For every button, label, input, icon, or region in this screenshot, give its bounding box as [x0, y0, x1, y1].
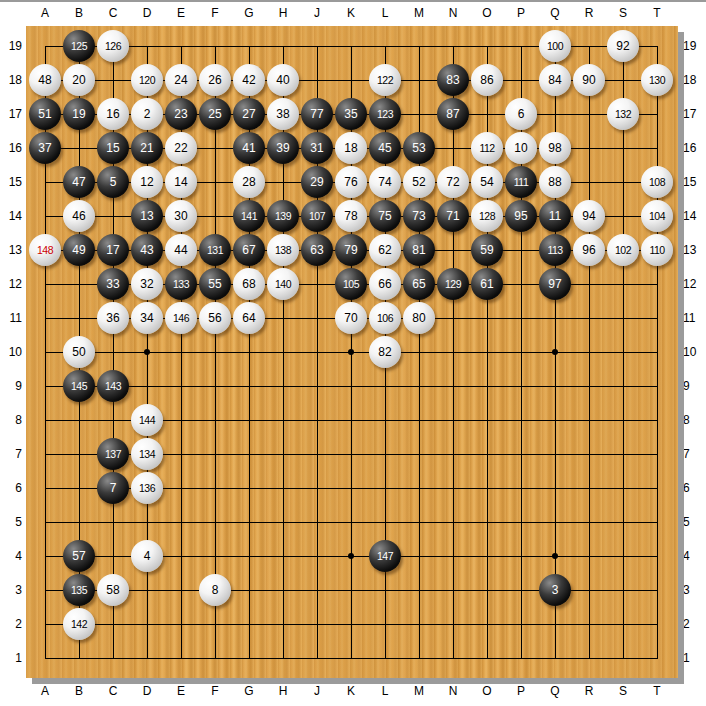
- stone-L10[interactable]: 82: [369, 336, 401, 368]
- move-number: 148: [37, 245, 53, 256]
- stone-S17[interactable]: 132: [607, 98, 639, 130]
- move-number: 76: [344, 176, 357, 188]
- move-number: 129: [445, 279, 461, 290]
- coord-label: T: [640, 6, 674, 22]
- stone-D16[interactable]: 21: [131, 132, 163, 164]
- stone-E13[interactable]: 44: [165, 234, 197, 266]
- move-number: 146: [173, 313, 189, 324]
- move-number: 46: [72, 210, 85, 222]
- coord-label: 3: [683, 573, 705, 607]
- move-number: 84: [548, 74, 561, 86]
- stone-C6[interactable]: 7: [97, 472, 129, 504]
- stone-C19[interactable]: 126: [97, 30, 129, 62]
- move-number: 147: [377, 551, 393, 562]
- coord-label: 18: [0, 63, 22, 97]
- stone-M11[interactable]: 80: [403, 302, 435, 334]
- stone-C7[interactable]: 137: [97, 438, 129, 470]
- stone-T13[interactable]: 110: [641, 234, 673, 266]
- move-number: 94: [582, 210, 595, 222]
- stone-D13[interactable]: 43: [131, 234, 163, 266]
- stone-O18[interactable]: 86: [471, 64, 503, 96]
- stone-K14[interactable]: 78: [335, 200, 367, 232]
- stone-O13[interactable]: 59: [471, 234, 503, 266]
- move-number: 21: [140, 142, 153, 154]
- stone-Q19[interactable]: 100: [539, 30, 571, 62]
- coord-label: 12: [683, 267, 705, 301]
- coord-label: H: [266, 684, 300, 700]
- stone-K11[interactable]: 70: [335, 302, 367, 334]
- coord-label: F: [198, 6, 232, 22]
- coord-label: N: [436, 6, 470, 22]
- stone-G12[interactable]: 68: [233, 268, 265, 300]
- stone-M16[interactable]: 53: [403, 132, 435, 164]
- move-number: 5: [110, 176, 117, 188]
- move-number: 98: [548, 142, 561, 154]
- move-number: 66: [378, 278, 391, 290]
- move-number: 81: [412, 244, 425, 256]
- stone-L13[interactable]: 62: [369, 234, 401, 266]
- stone-B15[interactable]: 47: [63, 166, 95, 198]
- stone-C3[interactable]: 58: [97, 574, 129, 606]
- coord-label: 6: [683, 471, 705, 505]
- move-number: 43: [140, 244, 153, 256]
- stone-D14[interactable]: 13: [131, 200, 163, 232]
- move-number: 29: [310, 176, 323, 188]
- stone-F17[interactable]: 25: [199, 98, 231, 130]
- stone-E14[interactable]: 30: [165, 200, 197, 232]
- stone-G14[interactable]: 141: [233, 200, 265, 232]
- move-number: 23: [174, 108, 187, 120]
- move-number: 133: [173, 279, 189, 290]
- stone-Q12[interactable]: 97: [539, 268, 571, 300]
- stone-L15[interactable]: 74: [369, 166, 401, 198]
- move-number: 48: [38, 74, 51, 86]
- coord-label: O: [470, 684, 504, 700]
- move-number: 96: [582, 244, 595, 256]
- coord-labels-left: 19181716151413121110987654321: [0, 29, 22, 675]
- stone-K15[interactable]: 76: [335, 166, 367, 198]
- stone-H13[interactable]: 138: [267, 234, 299, 266]
- stone-G18[interactable]: 42: [233, 64, 265, 96]
- stone-H16[interactable]: 39: [267, 132, 299, 164]
- stone-N14[interactable]: 71: [437, 200, 469, 232]
- coord-label: B: [62, 6, 96, 22]
- stone-L12[interactable]: 66: [369, 268, 401, 300]
- move-number: 86: [480, 74, 493, 86]
- move-number: 28: [242, 176, 255, 188]
- coord-label: 15: [683, 165, 705, 199]
- coord-labels-top: ABCDEFGHJKLMNOPQRST: [28, 6, 674, 22]
- stone-Q15[interactable]: 88: [539, 166, 571, 198]
- move-number: 8: [212, 584, 219, 596]
- stone-J17[interactable]: 77: [301, 98, 333, 130]
- stone-N12[interactable]: 129: [437, 268, 469, 300]
- coord-label: D: [130, 684, 164, 700]
- move-number: 125: [71, 41, 87, 52]
- board-shadow-bottom: [32, 678, 684, 684]
- stone-D15[interactable]: 12: [131, 166, 163, 198]
- coord-label: R: [572, 6, 606, 22]
- move-number: 72: [446, 176, 459, 188]
- stone-S13[interactable]: 102: [607, 234, 639, 266]
- coord-label: 16: [683, 131, 705, 165]
- stone-Q3[interactable]: 3: [539, 574, 571, 606]
- move-number: 102: [615, 245, 631, 256]
- move-number: 6: [518, 108, 525, 120]
- stone-R18[interactable]: 90: [573, 64, 605, 96]
- stone-B9[interactable]: 145: [63, 370, 95, 402]
- move-number: 126: [105, 41, 121, 52]
- move-number: 24: [174, 74, 187, 86]
- move-number: 14: [174, 176, 187, 188]
- stone-K17[interactable]: 35: [335, 98, 367, 130]
- stone-E18[interactable]: 24: [165, 64, 197, 96]
- stone-P17[interactable]: 6: [505, 98, 537, 130]
- stone-L14[interactable]: 75: [369, 200, 401, 232]
- coord-label: N: [436, 684, 470, 700]
- stone-F11[interactable]: 56: [199, 302, 231, 334]
- stone-E12[interactable]: 133: [165, 268, 197, 300]
- move-number: 79: [344, 244, 357, 256]
- move-number: 26: [208, 74, 221, 86]
- move-number: 20: [72, 74, 85, 86]
- move-number: 105: [343, 279, 359, 290]
- move-number: 22: [174, 142, 187, 154]
- coord-label: 13: [0, 233, 22, 267]
- coord-label: 2: [0, 607, 22, 641]
- coord-label: 15: [0, 165, 22, 199]
- stone-C13[interactable]: 17: [97, 234, 129, 266]
- move-number: 47: [72, 176, 85, 188]
- stone-B10[interactable]: 50: [63, 336, 95, 368]
- stone-Q16[interactable]: 98: [539, 132, 571, 164]
- stone-P16[interactable]: 10: [505, 132, 537, 164]
- stone-C15[interactable]: 5: [97, 166, 129, 198]
- move-number: 65: [412, 278, 425, 290]
- move-number: 82: [378, 346, 391, 358]
- stone-H12[interactable]: 140: [267, 268, 299, 300]
- coord-label: K: [334, 6, 368, 22]
- stone-D4[interactable]: 4: [131, 540, 163, 572]
- stone-P15[interactable]: 111: [505, 166, 537, 198]
- stone-F18[interactable]: 26: [199, 64, 231, 96]
- move-number: 107: [309, 211, 325, 222]
- move-number: 92: [616, 40, 629, 52]
- coord-label: G: [232, 684, 266, 700]
- coord-labels-right: 19181716151413121110987654321: [683, 29, 705, 675]
- coord-label: E: [164, 684, 198, 700]
- stone-M12[interactable]: 65: [403, 268, 435, 300]
- stone-B2[interactable]: 142: [63, 608, 95, 640]
- coord-label: C: [96, 6, 130, 22]
- coord-label: 8: [683, 403, 705, 437]
- stone-O14[interactable]: 128: [471, 200, 503, 232]
- move-number: 130: [649, 75, 665, 86]
- stone-G16[interactable]: 41: [233, 132, 265, 164]
- move-number: 17: [106, 244, 119, 256]
- coord-label: 12: [0, 267, 22, 301]
- stone-D12[interactable]: 32: [131, 268, 163, 300]
- stone-H18[interactable]: 40: [267, 64, 299, 96]
- stone-N15[interactable]: 72: [437, 166, 469, 198]
- coord-label: 18: [683, 63, 705, 97]
- go-board[interactable]: 1251261009248201202426424012283868490130…: [26, 26, 678, 678]
- move-number: 11: [549, 210, 561, 222]
- stone-D18[interactable]: 120: [131, 64, 163, 96]
- stone-C12[interactable]: 33: [97, 268, 129, 300]
- move-number: 37: [38, 142, 51, 154]
- move-number: 51: [38, 108, 51, 120]
- move-number: 78: [344, 210, 357, 222]
- stone-J15[interactable]: 29: [301, 166, 333, 198]
- coord-label: 14: [0, 199, 22, 233]
- coord-labels-bottom: ABCDEFGHJKLMNOPQRST: [28, 684, 674, 700]
- move-number: 143: [105, 381, 121, 392]
- stone-J16[interactable]: 31: [301, 132, 333, 164]
- coord-label: 14: [683, 199, 705, 233]
- coord-label: Q: [538, 6, 572, 22]
- stone-O12[interactable]: 61: [471, 268, 503, 300]
- move-number: 106: [377, 313, 393, 324]
- move-number: 32: [140, 278, 153, 290]
- stones-layer: 1251261009248201202426424012283868490130…: [28, 29, 674, 675]
- move-number: 80: [412, 312, 425, 324]
- coord-label: S: [606, 6, 640, 22]
- move-number: 88: [548, 176, 561, 188]
- coord-label: P: [504, 6, 538, 22]
- stone-E17[interactable]: 23: [165, 98, 197, 130]
- coord-label: 2: [683, 607, 705, 641]
- stone-Q14[interactable]: 11: [539, 200, 571, 232]
- stone-H14[interactable]: 139: [267, 200, 299, 232]
- move-number: 64: [242, 312, 255, 324]
- coord-label: 3: [0, 573, 22, 607]
- move-number: 53: [412, 142, 425, 154]
- stone-T15[interactable]: 108: [641, 166, 673, 198]
- coord-label: 17: [0, 97, 22, 131]
- coord-label: J: [300, 684, 334, 700]
- stone-F12[interactable]: 55: [199, 268, 231, 300]
- coord-label: 16: [0, 131, 22, 165]
- move-number: 35: [344, 108, 357, 120]
- coord-label: 5: [683, 505, 705, 539]
- stone-K13[interactable]: 79: [335, 234, 367, 266]
- stone-G13[interactable]: 67: [233, 234, 265, 266]
- coord-label: 6: [0, 471, 22, 505]
- stone-G15[interactable]: 28: [233, 166, 265, 198]
- coord-label: D: [130, 6, 164, 22]
- stone-H17[interactable]: 38: [267, 98, 299, 130]
- window-top-edge: [0, 0, 706, 2]
- stone-E16[interactable]: 22: [165, 132, 197, 164]
- move-number: 59: [480, 244, 493, 256]
- stone-L18[interactable]: 122: [369, 64, 401, 96]
- coord-label: T: [640, 684, 674, 700]
- stone-R14[interactable]: 94: [573, 200, 605, 232]
- stone-F3[interactable]: 8: [199, 574, 231, 606]
- coord-label: 19: [0, 29, 22, 63]
- stone-D8[interactable]: 144: [131, 404, 163, 436]
- move-number: 111: [514, 177, 528, 188]
- move-number: 27: [242, 108, 255, 120]
- stone-L11[interactable]: 106: [369, 302, 401, 334]
- move-number: 120: [139, 75, 155, 86]
- stone-R13[interactable]: 96: [573, 234, 605, 266]
- stone-N17[interactable]: 87: [437, 98, 469, 130]
- coord-label: H: [266, 6, 300, 22]
- move-number: 30: [174, 210, 187, 222]
- coord-label: 1: [0, 641, 22, 675]
- stone-E15[interactable]: 14: [165, 166, 197, 198]
- stone-A16[interactable]: 37: [29, 132, 61, 164]
- coord-label: E: [164, 6, 198, 22]
- stone-G11[interactable]: 64: [233, 302, 265, 334]
- stone-D17[interactable]: 2: [131, 98, 163, 130]
- move-number: 10: [514, 142, 527, 154]
- move-number: 128: [479, 211, 495, 222]
- move-number: 87: [446, 108, 459, 120]
- stone-N18[interactable]: 83: [437, 64, 469, 96]
- move-number: 15: [106, 142, 119, 154]
- stone-K16[interactable]: 18: [335, 132, 367, 164]
- move-number: 62: [378, 244, 391, 256]
- stone-B18[interactable]: 20: [63, 64, 95, 96]
- move-number: 45: [378, 142, 391, 154]
- coord-label: F: [198, 684, 232, 700]
- move-number: 73: [412, 210, 425, 222]
- stone-D6[interactable]: 136: [131, 472, 163, 504]
- stone-L17[interactable]: 123: [369, 98, 401, 130]
- coord-label: O: [470, 6, 504, 22]
- move-number: 3: [552, 584, 559, 596]
- move-number: 2: [144, 108, 151, 120]
- stone-M15[interactable]: 52: [403, 166, 435, 198]
- move-number: 108: [649, 177, 665, 188]
- move-number: 7: [110, 482, 117, 494]
- stone-C16[interactable]: 15: [97, 132, 129, 164]
- move-number: 19: [72, 108, 85, 120]
- stone-O15[interactable]: 54: [471, 166, 503, 198]
- move-number: 145: [71, 381, 87, 392]
- move-number: 75: [378, 210, 391, 222]
- move-number: 90: [582, 74, 595, 86]
- stone-J14[interactable]: 107: [301, 200, 333, 232]
- stone-Q13[interactable]: 113: [539, 234, 571, 266]
- stone-B3[interactable]: 135: [63, 574, 95, 606]
- stone-L4[interactable]: 147: [369, 540, 401, 572]
- coord-label: P: [504, 684, 538, 700]
- stone-D11[interactable]: 34: [131, 302, 163, 334]
- stone-S19[interactable]: 92: [607, 30, 639, 62]
- coord-label: B: [62, 684, 96, 700]
- coord-label: 11: [0, 301, 22, 335]
- move-number: 100: [547, 41, 563, 52]
- coord-label: M: [402, 6, 436, 22]
- stone-B19[interactable]: 125: [63, 30, 95, 62]
- move-number: 4: [144, 550, 151, 562]
- stone-O16[interactable]: 112: [471, 132, 503, 164]
- move-number: 67: [242, 244, 255, 256]
- move-number: 77: [310, 108, 323, 120]
- stone-J13[interactable]: 63: [301, 234, 333, 266]
- stone-B13[interactable]: 49: [63, 234, 95, 266]
- coord-label: 9: [683, 369, 705, 403]
- stone-C11[interactable]: 36: [97, 302, 129, 334]
- move-number: 131: [207, 245, 223, 256]
- move-number: 25: [208, 108, 221, 120]
- move-number: 123: [377, 109, 393, 120]
- coord-label: 8: [0, 403, 22, 437]
- move-number: 58: [106, 584, 119, 596]
- stone-T14[interactable]: 104: [641, 200, 673, 232]
- move-number: 112: [479, 143, 494, 154]
- move-number: 142: [71, 619, 87, 630]
- move-number: 68: [242, 278, 255, 290]
- coord-label: L: [368, 6, 402, 22]
- coord-label: 11: [683, 301, 705, 335]
- move-number: 56: [208, 312, 221, 324]
- stone-E11[interactable]: 146: [165, 302, 197, 334]
- move-number: 71: [446, 210, 459, 222]
- coord-label: 4: [683, 539, 705, 573]
- stone-Q18[interactable]: 84: [539, 64, 571, 96]
- move-number: 135: [71, 585, 87, 596]
- move-number: 136: [139, 483, 155, 494]
- stone-C17[interactable]: 16: [97, 98, 129, 130]
- stone-K12[interactable]: 105: [335, 268, 367, 300]
- move-number: 16: [106, 108, 119, 120]
- coord-label: A: [28, 684, 62, 700]
- move-number: 61: [480, 278, 493, 290]
- stone-B4[interactable]: 57: [63, 540, 95, 572]
- stone-M13[interactable]: 81: [403, 234, 435, 266]
- stone-T18[interactable]: 130: [641, 64, 673, 96]
- move-number: 41: [242, 142, 255, 154]
- stone-B14[interactable]: 46: [63, 200, 95, 232]
- move-number: 18: [344, 142, 357, 154]
- coord-label: 10: [683, 335, 705, 369]
- stone-G17[interactable]: 27: [233, 98, 265, 130]
- move-number: 134: [139, 449, 155, 460]
- move-number: 139: [275, 211, 291, 222]
- stone-A17[interactable]: 51: [29, 98, 61, 130]
- move-number: 31: [310, 142, 323, 154]
- move-number: 39: [276, 142, 289, 154]
- stone-A18[interactable]: 48: [29, 64, 61, 96]
- coord-label: G: [232, 6, 266, 22]
- stone-P14[interactable]: 95: [505, 200, 537, 232]
- move-number: 40: [276, 74, 289, 86]
- board-shadow-right: [678, 32, 684, 684]
- coord-label: 7: [683, 437, 705, 471]
- coord-label: 7: [0, 437, 22, 471]
- move-number: 52: [412, 176, 425, 188]
- stone-F13[interactable]: 131: [199, 234, 231, 266]
- move-number: 141: [241, 211, 257, 222]
- stone-D7[interactable]: 134: [131, 438, 163, 470]
- stone-A13[interactable]: 148: [29, 234, 61, 266]
- stone-M14[interactable]: 73: [403, 200, 435, 232]
- coord-label: 4: [0, 539, 22, 573]
- move-number: 140: [275, 279, 291, 290]
- coord-label: 17: [683, 97, 705, 131]
- stone-B17[interactable]: 19: [63, 98, 95, 130]
- coord-label: L: [368, 684, 402, 700]
- stone-C9[interactable]: 143: [97, 370, 129, 402]
- move-number: 55: [208, 278, 221, 290]
- coord-label: A: [28, 6, 62, 22]
- stone-L16[interactable]: 45: [369, 132, 401, 164]
